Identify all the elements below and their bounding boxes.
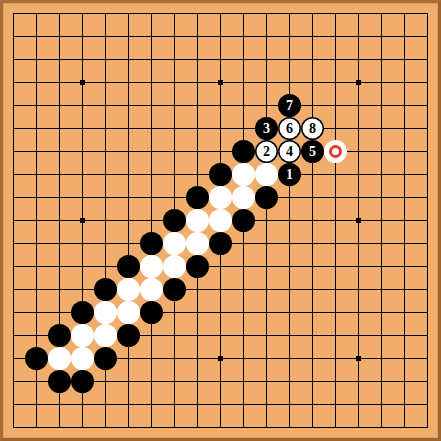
intersection-10-6[interactable] <box>232 140 255 163</box>
intersection-3-18[interactable] <box>71 416 94 439</box>
intersection-7-10[interactable] <box>163 232 186 255</box>
intersection-3-15[interactable] <box>71 347 94 370</box>
intersection-11-18[interactable] <box>255 416 278 439</box>
intersection-9-17[interactable] <box>209 393 232 416</box>
intersection-2-9[interactable] <box>48 209 71 232</box>
intersection-14-12[interactable] <box>324 278 347 301</box>
intersection-17-10[interactable] <box>393 232 416 255</box>
intersection-16-5[interactable] <box>370 117 393 140</box>
intersection-17-7[interactable] <box>393 163 416 186</box>
intersection-12-5[interactable]: 6 <box>278 117 301 140</box>
intersection-7-17[interactable] <box>163 393 186 416</box>
intersection-1-16[interactable] <box>25 370 48 393</box>
intersection-11-14[interactable] <box>255 324 278 347</box>
intersection-0-8[interactable] <box>2 186 25 209</box>
intersection-15-1[interactable] <box>347 25 370 48</box>
intersection-17-16[interactable] <box>393 370 416 393</box>
intersection-16-12[interactable] <box>370 278 393 301</box>
intersection-11-5[interactable]: 3 <box>255 117 278 140</box>
intersection-13-3[interactable] <box>301 71 324 94</box>
intersection-8-4[interactable] <box>186 94 209 117</box>
intersection-2-10[interactable] <box>48 232 71 255</box>
intersection-18-2[interactable] <box>416 48 439 71</box>
intersection-1-0[interactable] <box>25 2 48 25</box>
intersection-4-2[interactable] <box>94 48 117 71</box>
intersection-9-6[interactable] <box>209 140 232 163</box>
intersection-17-14[interactable] <box>393 324 416 347</box>
intersection-8-0[interactable] <box>186 2 209 25</box>
intersection-12-2[interactable] <box>278 48 301 71</box>
intersection-1-18[interactable] <box>25 416 48 439</box>
intersection-6-14[interactable] <box>140 324 163 347</box>
intersection-2-11[interactable] <box>48 255 71 278</box>
intersection-9-14[interactable] <box>209 324 232 347</box>
intersection-16-2[interactable] <box>370 48 393 71</box>
intersection-11-6[interactable]: 2 <box>255 140 278 163</box>
intersection-17-13[interactable] <box>393 301 416 324</box>
intersection-14-10[interactable] <box>324 232 347 255</box>
intersection-7-4[interactable] <box>163 94 186 117</box>
intersection-11-17[interactable] <box>255 393 278 416</box>
intersection-10-14[interactable] <box>232 324 255 347</box>
intersection-10-9[interactable] <box>232 209 255 232</box>
intersection-7-18[interactable] <box>163 416 186 439</box>
intersection-13-1[interactable] <box>301 25 324 48</box>
intersection-14-5[interactable] <box>324 117 347 140</box>
intersection-16-14[interactable] <box>370 324 393 347</box>
intersection-9-11[interactable] <box>209 255 232 278</box>
intersection-5-17[interactable] <box>117 393 140 416</box>
intersection-10-16[interactable] <box>232 370 255 393</box>
intersection-3-3[interactable] <box>71 71 94 94</box>
intersection-9-3[interactable] <box>209 71 232 94</box>
intersection-6-11[interactable] <box>140 255 163 278</box>
intersection-7-14[interactable] <box>163 324 186 347</box>
intersection-17-9[interactable] <box>393 209 416 232</box>
intersection-14-13[interactable] <box>324 301 347 324</box>
intersection-0-0[interactable] <box>2 2 25 25</box>
intersection-0-7[interactable] <box>2 163 25 186</box>
intersection-8-10[interactable] <box>186 232 209 255</box>
intersection-14-0[interactable] <box>324 2 347 25</box>
intersection-5-13[interactable] <box>117 301 140 324</box>
intersection-1-12[interactable] <box>25 278 48 301</box>
intersection-13-2[interactable] <box>301 48 324 71</box>
intersection-7-3[interactable] <box>163 71 186 94</box>
intersection-5-11[interactable] <box>117 255 140 278</box>
intersection-18-15[interactable] <box>416 347 439 370</box>
intersection-7-11[interactable] <box>163 255 186 278</box>
intersection-2-0[interactable] <box>48 2 71 25</box>
intersection-12-1[interactable] <box>278 25 301 48</box>
intersection-12-10[interactable] <box>278 232 301 255</box>
intersection-18-7[interactable] <box>416 163 439 186</box>
intersection-4-4[interactable] <box>94 94 117 117</box>
intersection-6-2[interactable] <box>140 48 163 71</box>
intersection-14-4[interactable] <box>324 94 347 117</box>
intersection-3-16[interactable] <box>71 370 94 393</box>
intersection-8-3[interactable] <box>186 71 209 94</box>
intersection-15-0[interactable] <box>347 2 370 25</box>
intersection-3-10[interactable] <box>71 232 94 255</box>
intersection-14-17[interactable] <box>324 393 347 416</box>
intersection-5-9[interactable] <box>117 209 140 232</box>
intersection-8-12[interactable] <box>186 278 209 301</box>
intersection-18-16[interactable] <box>416 370 439 393</box>
intersection-11-15[interactable] <box>255 347 278 370</box>
intersection-6-13[interactable] <box>140 301 163 324</box>
intersection-0-12[interactable] <box>2 278 25 301</box>
intersection-14-7[interactable] <box>324 163 347 186</box>
intersection-12-13[interactable] <box>278 301 301 324</box>
intersection-0-5[interactable] <box>2 117 25 140</box>
intersection-5-16[interactable] <box>117 370 140 393</box>
intersection-7-7[interactable] <box>163 163 186 186</box>
intersection-11-13[interactable] <box>255 301 278 324</box>
intersection-14-9[interactable] <box>324 209 347 232</box>
intersection-7-5[interactable] <box>163 117 186 140</box>
intersection-5-10[interactable] <box>117 232 140 255</box>
intersection-1-2[interactable] <box>25 48 48 71</box>
intersection-16-9[interactable] <box>370 209 393 232</box>
intersection-7-9[interactable] <box>163 209 186 232</box>
intersection-7-15[interactable] <box>163 347 186 370</box>
intersection-4-14[interactable] <box>94 324 117 347</box>
intersection-15-6[interactable] <box>347 140 370 163</box>
intersection-12-15[interactable] <box>278 347 301 370</box>
intersection-2-6[interactable] <box>48 140 71 163</box>
intersection-6-16[interactable] <box>140 370 163 393</box>
intersection-5-6[interactable] <box>117 140 140 163</box>
intersection-0-2[interactable] <box>2 48 25 71</box>
intersection-4-1[interactable] <box>94 25 117 48</box>
intersection-11-0[interactable] <box>255 2 278 25</box>
intersection-16-16[interactable] <box>370 370 393 393</box>
intersection-11-8[interactable] <box>255 186 278 209</box>
intersection-15-16[interactable] <box>347 370 370 393</box>
intersection-15-9[interactable] <box>347 209 370 232</box>
intersection-0-3[interactable] <box>2 71 25 94</box>
intersection-12-0[interactable] <box>278 2 301 25</box>
intersection-18-17[interactable] <box>416 393 439 416</box>
intersection-14-14[interactable] <box>324 324 347 347</box>
intersection-1-17[interactable] <box>25 393 48 416</box>
intersection-16-1[interactable] <box>370 25 393 48</box>
intersection-16-7[interactable] <box>370 163 393 186</box>
intersection-15-2[interactable] <box>347 48 370 71</box>
intersection-0-16[interactable] <box>2 370 25 393</box>
intersection-16-13[interactable] <box>370 301 393 324</box>
intersection-17-11[interactable] <box>393 255 416 278</box>
intersection-4-17[interactable] <box>94 393 117 416</box>
intersection-3-17[interactable] <box>71 393 94 416</box>
intersection-18-18[interactable] <box>416 416 439 439</box>
intersection-4-9[interactable] <box>94 209 117 232</box>
intersection-15-7[interactable] <box>347 163 370 186</box>
intersection-18-5[interactable] <box>416 117 439 140</box>
intersection-15-17[interactable] <box>347 393 370 416</box>
intersection-1-4[interactable] <box>25 94 48 117</box>
intersection-6-3[interactable] <box>140 71 163 94</box>
intersection-13-9[interactable] <box>301 209 324 232</box>
intersection-16-17[interactable] <box>370 393 393 416</box>
intersection-5-5[interactable] <box>117 117 140 140</box>
intersection-13-0[interactable] <box>301 2 324 25</box>
intersection-8-15[interactable] <box>186 347 209 370</box>
intersection-5-8[interactable] <box>117 186 140 209</box>
intersection-13-14[interactable] <box>301 324 324 347</box>
intersection-2-4[interactable] <box>48 94 71 117</box>
intersection-18-4[interactable] <box>416 94 439 117</box>
intersection-11-3[interactable] <box>255 71 278 94</box>
intersection-8-11[interactable] <box>186 255 209 278</box>
intersection-18-11[interactable] <box>416 255 439 278</box>
intersection-10-13[interactable] <box>232 301 255 324</box>
intersection-16-15[interactable] <box>370 347 393 370</box>
intersection-10-4[interactable] <box>232 94 255 117</box>
intersection-18-6[interactable] <box>416 140 439 163</box>
intersection-11-7[interactable] <box>255 163 278 186</box>
intersection-9-2[interactable] <box>209 48 232 71</box>
intersection-3-0[interactable] <box>71 2 94 25</box>
intersection-4-7[interactable] <box>94 163 117 186</box>
intersection-13-12[interactable] <box>301 278 324 301</box>
intersection-9-12[interactable] <box>209 278 232 301</box>
intersection-15-5[interactable] <box>347 117 370 140</box>
intersection-18-8[interactable] <box>416 186 439 209</box>
intersection-17-6[interactable] <box>393 140 416 163</box>
intersection-11-4[interactable] <box>255 94 278 117</box>
intersection-5-15[interactable] <box>117 347 140 370</box>
intersection-13-11[interactable] <box>301 255 324 278</box>
intersection-11-9[interactable] <box>255 209 278 232</box>
intersection-4-18[interactable] <box>94 416 117 439</box>
intersection-0-4[interactable] <box>2 94 25 117</box>
intersection-0-1[interactable] <box>2 25 25 48</box>
intersection-2-12[interactable] <box>48 278 71 301</box>
intersection-16-18[interactable] <box>370 416 393 439</box>
intersection-8-14[interactable] <box>186 324 209 347</box>
intersection-4-8[interactable] <box>94 186 117 209</box>
intersection-13-16[interactable] <box>301 370 324 393</box>
intersection-13-17[interactable] <box>301 393 324 416</box>
intersection-14-15[interactable] <box>324 347 347 370</box>
intersection-7-2[interactable] <box>163 48 186 71</box>
intersection-13-10[interactable] <box>301 232 324 255</box>
intersection-16-0[interactable] <box>370 2 393 25</box>
intersection-6-12[interactable] <box>140 278 163 301</box>
intersection-9-18[interactable] <box>209 416 232 439</box>
intersection-15-14[interactable] <box>347 324 370 347</box>
intersection-8-13[interactable] <box>186 301 209 324</box>
intersection-10-2[interactable] <box>232 48 255 71</box>
intersection-2-5[interactable] <box>48 117 71 140</box>
intersection-13-7[interactable] <box>301 163 324 186</box>
intersection-7-16[interactable] <box>163 370 186 393</box>
intersection-0-14[interactable] <box>2 324 25 347</box>
intersection-9-1[interactable] <box>209 25 232 48</box>
intersection-14-11[interactable] <box>324 255 347 278</box>
intersection-12-8[interactable] <box>278 186 301 209</box>
intersection-5-0[interactable] <box>117 2 140 25</box>
intersection-13-8[interactable] <box>301 186 324 209</box>
intersection-9-7[interactable] <box>209 163 232 186</box>
intersection-2-17[interactable] <box>48 393 71 416</box>
intersection-18-9[interactable] <box>416 209 439 232</box>
intersection-4-15[interactable] <box>94 347 117 370</box>
intersection-18-1[interactable] <box>416 25 439 48</box>
intersection-2-8[interactable] <box>48 186 71 209</box>
intersection-18-3[interactable] <box>416 71 439 94</box>
intersection-2-15[interactable] <box>48 347 71 370</box>
intersection-0-18[interactable] <box>2 416 25 439</box>
intersection-1-7[interactable] <box>25 163 48 186</box>
intersection-16-10[interactable] <box>370 232 393 255</box>
intersection-7-13[interactable] <box>163 301 186 324</box>
intersection-8-5[interactable] <box>186 117 209 140</box>
intersection-17-1[interactable] <box>393 25 416 48</box>
intersection-1-10[interactable] <box>25 232 48 255</box>
intersection-14-8[interactable] <box>324 186 347 209</box>
intersection-10-5[interactable] <box>232 117 255 140</box>
intersection-7-1[interactable] <box>163 25 186 48</box>
intersection-16-4[interactable] <box>370 94 393 117</box>
intersection-6-1[interactable] <box>140 25 163 48</box>
intersection-15-3[interactable] <box>347 71 370 94</box>
intersection-11-2[interactable] <box>255 48 278 71</box>
intersection-7-6[interactable] <box>163 140 186 163</box>
intersection-2-1[interactable] <box>48 25 71 48</box>
intersection-15-4[interactable] <box>347 94 370 117</box>
intersection-16-11[interactable] <box>370 255 393 278</box>
intersection-6-17[interactable] <box>140 393 163 416</box>
intersection-3-12[interactable] <box>71 278 94 301</box>
intersection-12-11[interactable] <box>278 255 301 278</box>
intersection-18-12[interactable] <box>416 278 439 301</box>
intersection-17-18[interactable] <box>393 416 416 439</box>
intersection-8-7[interactable] <box>186 163 209 186</box>
intersection-18-13[interactable] <box>416 301 439 324</box>
intersection-15-10[interactable] <box>347 232 370 255</box>
intersection-17-4[interactable] <box>393 94 416 117</box>
intersection-17-15[interactable] <box>393 347 416 370</box>
intersection-10-11[interactable] <box>232 255 255 278</box>
intersection-0-13[interactable] <box>2 301 25 324</box>
intersection-10-15[interactable] <box>232 347 255 370</box>
intersection-5-14[interactable] <box>117 324 140 347</box>
intersection-6-15[interactable] <box>140 347 163 370</box>
intersection-5-2[interactable] <box>117 48 140 71</box>
intersection-6-8[interactable] <box>140 186 163 209</box>
intersection-8-17[interactable] <box>186 393 209 416</box>
intersection-4-5[interactable] <box>94 117 117 140</box>
intersection-1-5[interactable] <box>25 117 48 140</box>
intersection-10-1[interactable] <box>232 25 255 48</box>
intersection-11-11[interactable] <box>255 255 278 278</box>
intersection-10-8[interactable] <box>232 186 255 209</box>
intersection-15-18[interactable] <box>347 416 370 439</box>
intersection-6-7[interactable] <box>140 163 163 186</box>
intersection-2-14[interactable] <box>48 324 71 347</box>
intersection-17-3[interactable] <box>393 71 416 94</box>
intersection-14-1[interactable] <box>324 25 347 48</box>
intersection-9-8[interactable] <box>209 186 232 209</box>
intersection-4-3[interactable] <box>94 71 117 94</box>
intersection-12-7[interactable]: 1 <box>278 163 301 186</box>
intersection-11-10[interactable] <box>255 232 278 255</box>
intersection-5-3[interactable] <box>117 71 140 94</box>
intersection-1-13[interactable] <box>25 301 48 324</box>
intersection-8-9[interactable] <box>186 209 209 232</box>
intersection-6-18[interactable] <box>140 416 163 439</box>
intersection-13-4[interactable] <box>301 94 324 117</box>
intersection-3-11[interactable] <box>71 255 94 278</box>
intersection-4-12[interactable] <box>94 278 117 301</box>
intersection-5-18[interactable] <box>117 416 140 439</box>
intersection-8-6[interactable] <box>186 140 209 163</box>
intersection-8-1[interactable] <box>186 25 209 48</box>
intersection-16-8[interactable] <box>370 186 393 209</box>
intersection-11-16[interactable] <box>255 370 278 393</box>
intersection-4-13[interactable] <box>94 301 117 324</box>
intersection-10-17[interactable] <box>232 393 255 416</box>
intersection-1-15[interactable] <box>25 347 48 370</box>
intersection-9-16[interactable] <box>209 370 232 393</box>
intersection-6-10[interactable] <box>140 232 163 255</box>
intersection-12-17[interactable] <box>278 393 301 416</box>
intersection-2-13[interactable] <box>48 301 71 324</box>
intersection-17-2[interactable] <box>393 48 416 71</box>
intersection-17-0[interactable] <box>393 2 416 25</box>
intersection-7-0[interactable] <box>163 2 186 25</box>
intersection-17-17[interactable] <box>393 393 416 416</box>
intersection-18-0[interactable] <box>416 2 439 25</box>
intersection-1-14[interactable] <box>25 324 48 347</box>
intersection-5-12[interactable] <box>117 278 140 301</box>
intersection-2-16[interactable] <box>48 370 71 393</box>
intersection-12-4[interactable]: 7 <box>278 94 301 117</box>
intersection-3-1[interactable] <box>71 25 94 48</box>
intersection-12-12[interactable] <box>278 278 301 301</box>
intersection-9-10[interactable] <box>209 232 232 255</box>
intersection-14-6[interactable] <box>324 140 347 163</box>
intersection-18-14[interactable] <box>416 324 439 347</box>
intersection-1-11[interactable] <box>25 255 48 278</box>
intersection-3-2[interactable] <box>71 48 94 71</box>
intersection-10-3[interactable] <box>232 71 255 94</box>
intersection-7-8[interactable] <box>163 186 186 209</box>
intersection-12-18[interactable] <box>278 416 301 439</box>
intersection-16-6[interactable] <box>370 140 393 163</box>
intersection-13-5[interactable]: 8 <box>301 117 324 140</box>
intersection-7-12[interactable] <box>163 278 186 301</box>
intersection-15-15[interactable] <box>347 347 370 370</box>
intersection-10-0[interactable] <box>232 2 255 25</box>
intersection-6-9[interactable] <box>140 209 163 232</box>
intersection-1-3[interactable] <box>25 71 48 94</box>
intersection-8-2[interactable] <box>186 48 209 71</box>
intersection-9-4[interactable] <box>209 94 232 117</box>
intersection-11-1[interactable] <box>255 25 278 48</box>
intersection-2-7[interactable] <box>48 163 71 186</box>
intersection-12-6[interactable]: 4 <box>278 140 301 163</box>
intersection-18-10[interactable] <box>416 232 439 255</box>
intersection-8-16[interactable] <box>186 370 209 393</box>
intersection-10-10[interactable] <box>232 232 255 255</box>
intersection-10-18[interactable] <box>232 416 255 439</box>
intersection-3-7[interactable] <box>71 163 94 186</box>
intersection-12-3[interactable] <box>278 71 301 94</box>
